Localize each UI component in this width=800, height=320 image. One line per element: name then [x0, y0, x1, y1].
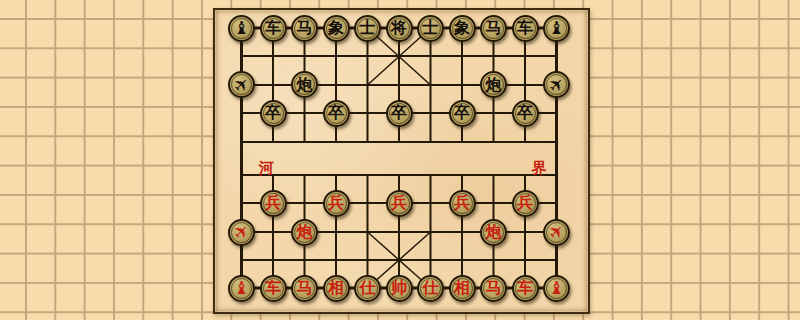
- board-cell[interactable]: [289, 251, 321, 269]
- board-cell[interactable]: [509, 42, 541, 70]
- piece-red-soldier[interactable]: 兵: [323, 190, 350, 217]
- piece-black-soldier[interactable]: 卒: [386, 100, 413, 127]
- board-cell[interactable]: ✈: [541, 213, 573, 251]
- board-cell[interactable]: [257, 127, 289, 157]
- piece-red-airplane[interactable]: ✈: [543, 219, 570, 246]
- board-cell[interactable]: [320, 70, 352, 99]
- board-cell[interactable]: [226, 127, 258, 157]
- general-glyph: 帅: [391, 280, 407, 296]
- elephant-glyph: 象: [328, 20, 344, 36]
- bishop-glyph: ♝: [548, 279, 564, 297]
- piece-black-chariot[interactable]: 车: [260, 15, 287, 42]
- piece-red-soldier[interactable]: 兵: [512, 190, 539, 217]
- board-cell[interactable]: [478, 42, 510, 70]
- general-glyph: 将: [391, 20, 407, 36]
- piece-red-bishop[interactable]: ♝: [543, 275, 570, 302]
- board-cell[interactable]: 兵: [509, 193, 541, 213]
- board-cell[interactable]: [289, 157, 321, 193]
- board-cell[interactable]: 兵: [320, 193, 352, 213]
- piece-black-soldier[interactable]: 卒: [512, 100, 539, 127]
- board-cell[interactable]: ✈: [541, 70, 573, 99]
- soldier-glyph: 兵: [454, 195, 470, 211]
- piece-black-cannon[interactable]: 炮: [291, 71, 318, 98]
- soldier-glyph: 卒: [328, 105, 344, 121]
- soldier-glyph: 兵: [265, 195, 281, 211]
- piece-red-advisor[interactable]: 仕: [417, 275, 444, 302]
- piece-black-elephant[interactable]: 象: [449, 15, 476, 42]
- board-cell[interactable]: [509, 213, 541, 251]
- piece-black-chariot[interactable]: 车: [512, 15, 539, 42]
- board-cell[interactable]: [383, 157, 415, 193]
- board-cell[interactable]: 相: [320, 269, 352, 307]
- board-cell[interactable]: [320, 157, 352, 193]
- soldier-glyph: 兵: [328, 195, 344, 211]
- board-cell[interactable]: ♝: [541, 14, 573, 42]
- advisor-glyph: 士: [423, 20, 439, 36]
- advisor-glyph: 仕: [423, 280, 439, 296]
- board-cell[interactable]: 象: [320, 14, 352, 42]
- board-cell[interactable]: [226, 42, 258, 70]
- board-cell[interactable]: [541, 99, 573, 127]
- chariot-glyph: 车: [517, 280, 533, 296]
- board-cell[interactable]: ♝: [541, 269, 573, 307]
- board-cell[interactable]: [446, 251, 478, 269]
- piece-red-horse[interactable]: 马: [480, 275, 507, 302]
- horse-glyph: 马: [297, 280, 313, 296]
- piece-red-soldier[interactable]: 兵: [260, 190, 287, 217]
- board-cell[interactable]: 马: [478, 269, 510, 307]
- board-cell[interactable]: [383, 213, 415, 251]
- bishop-glyph: ♝: [233, 279, 249, 297]
- board-cell[interactable]: 兵: [383, 193, 415, 213]
- piece-red-elephant[interactable]: 相: [323, 275, 350, 302]
- board-cell[interactable]: 兵: [257, 193, 289, 213]
- piece-black-bishop[interactable]: ♝: [543, 15, 570, 42]
- piece-black-advisor[interactable]: 士: [417, 15, 444, 42]
- board-cell[interactable]: [446, 213, 478, 251]
- airplane-glyph: ✈: [545, 220, 568, 243]
- board-cell[interactable]: 炮: [478, 70, 510, 99]
- board-cell[interactable]: [446, 127, 478, 157]
- board-cell[interactable]: [541, 157, 573, 193]
- piece-black-cannon[interactable]: 炮: [480, 71, 507, 98]
- board-cell[interactable]: [415, 157, 447, 193]
- board-cell[interactable]: [352, 251, 384, 269]
- board-cell[interactable]: [352, 213, 384, 251]
- horse-glyph: 马: [486, 20, 502, 36]
- cannon-glyph: 炮: [486, 77, 502, 93]
- board-cell[interactable]: [352, 157, 384, 193]
- board-cell[interactable]: ✈: [226, 213, 258, 251]
- piece-red-airplane[interactable]: ✈: [228, 219, 255, 246]
- board-cell[interactable]: 炮: [478, 213, 510, 251]
- board-cell[interactable]: [446, 42, 478, 70]
- soldier-glyph: 兵: [391, 195, 407, 211]
- board-cell[interactable]: 象: [446, 14, 478, 42]
- board-cell[interactable]: 相: [446, 269, 478, 307]
- advisor-glyph: 士: [360, 20, 376, 36]
- board-cell[interactable]: [226, 251, 258, 269]
- board-cell[interactable]: [478, 157, 510, 193]
- board-cell[interactable]: [352, 99, 384, 127]
- cannon-glyph: 炮: [297, 77, 313, 93]
- board-cell[interactable]: [383, 70, 415, 99]
- board-cell[interactable]: [352, 193, 384, 213]
- board-cell[interactable]: 马: [289, 269, 321, 307]
- board-cell[interactable]: 仕: [352, 269, 384, 307]
- chariot-glyph: 车: [265, 20, 281, 36]
- board-cell[interactable]: [541, 193, 573, 213]
- board-cell[interactable]: 帅: [383, 269, 415, 307]
- board-cell[interactable]: ♝: [226, 269, 258, 307]
- piece-black-elephant[interactable]: 象: [323, 15, 350, 42]
- board-cell[interactable]: [415, 193, 447, 213]
- board-cell[interactable]: [415, 42, 447, 70]
- board-cell[interactable]: [415, 127, 447, 157]
- board-cell[interactable]: [509, 251, 541, 269]
- piece-red-general[interactable]: 帅: [386, 275, 413, 302]
- chariot-glyph: 车: [517, 20, 533, 36]
- piece-red-horse[interactable]: 马: [291, 275, 318, 302]
- board-cell[interactable]: 兵: [446, 193, 478, 213]
- board-cell[interactable]: [289, 99, 321, 127]
- piece-black-advisor[interactable]: 士: [354, 15, 381, 42]
- elephant-glyph: 相: [328, 280, 344, 296]
- board-cell[interactable]: [509, 127, 541, 157]
- piece-red-cannon[interactable]: 炮: [480, 219, 507, 246]
- bishop-glyph: ♝: [548, 19, 564, 37]
- board-cell[interactable]: [257, 251, 289, 269]
- board-cell[interactable]: ♝: [226, 14, 258, 42]
- board-cell[interactable]: [320, 213, 352, 251]
- board-cell[interactable]: 车: [509, 269, 541, 307]
- board-cell[interactable]: [289, 127, 321, 157]
- board-cell[interactable]: [257, 157, 289, 193]
- board-grid: ♝车马象士将士象马车♝✈炮炮✈卒卒卒卒卒兵兵兵兵兵✈炮炮✈♝车马相仕帅仕相马车♝: [226, 14, 573, 307]
- airplane-glyph: ✈: [230, 220, 253, 243]
- chariot-glyph: 车: [265, 280, 281, 296]
- board-cell[interactable]: [478, 251, 510, 269]
- board-cell[interactable]: [415, 213, 447, 251]
- elephant-glyph: 象: [454, 20, 470, 36]
- soldier-glyph: 兵: [517, 195, 533, 211]
- xiangqi-board[interactable]: 河 界 ♝车马象士将士象马车♝✈炮炮✈卒卒卒卒卒兵兵兵兵兵✈炮炮✈♝车马相仕帅仕…: [213, 8, 590, 314]
- board-cell[interactable]: [257, 213, 289, 251]
- horse-glyph: 马: [297, 20, 313, 36]
- board-cell[interactable]: [541, 42, 573, 70]
- desktop-background: 河 界 ♝车马象士将士象马车♝✈炮炮✈卒卒卒卒卒兵兵兵兵兵✈炮炮✈♝车马相仕帅仕…: [0, 0, 800, 320]
- board-cell[interactable]: [478, 127, 510, 157]
- board-cell[interactable]: [383, 251, 415, 269]
- horse-glyph: 马: [486, 280, 502, 296]
- board-cell[interactable]: [509, 70, 541, 99]
- piece-red-bishop[interactable]: ♝: [228, 275, 255, 302]
- board-cell[interactable]: [289, 42, 321, 70]
- board-cell[interactable]: ✈: [226, 70, 258, 99]
- board-cell[interactable]: [446, 157, 478, 193]
- board-cell[interactable]: 车: [257, 269, 289, 307]
- board-cell[interactable]: [541, 127, 573, 157]
- board-cell[interactable]: [352, 70, 384, 99]
- board-cell[interactable]: [320, 127, 352, 157]
- board-cell[interactable]: [446, 70, 478, 99]
- board-cell[interactable]: [478, 193, 510, 213]
- board-cell[interactable]: [383, 42, 415, 70]
- board-cell[interactable]: [257, 42, 289, 70]
- piece-red-advisor[interactable]: 仕: [354, 275, 381, 302]
- piece-red-elephant[interactable]: 相: [449, 275, 476, 302]
- board-cell[interactable]: 仕: [415, 269, 447, 307]
- piece-black-soldier[interactable]: 卒: [323, 100, 350, 127]
- board-cell[interactable]: [289, 193, 321, 213]
- bishop-glyph: ♝: [233, 19, 249, 37]
- piece-black-soldier[interactable]: 卒: [449, 100, 476, 127]
- cannon-glyph: 炮: [297, 224, 313, 240]
- board-cell[interactable]: [226, 99, 258, 127]
- board-cell[interactable]: [415, 99, 447, 127]
- board-cell[interactable]: [226, 193, 258, 213]
- board-cell[interactable]: 炮: [289, 70, 321, 99]
- board-cell[interactable]: 将: [383, 14, 415, 42]
- piece-black-soldier[interactable]: 卒: [260, 100, 287, 127]
- board-cell[interactable]: [509, 157, 541, 193]
- board-cell[interactable]: [257, 70, 289, 99]
- soldier-glyph: 卒: [265, 105, 281, 121]
- board-cell[interactable]: [478, 99, 510, 127]
- piece-black-general[interactable]: 将: [386, 15, 413, 42]
- board-cell[interactable]: [352, 42, 384, 70]
- board-cell[interactable]: 卒: [320, 99, 352, 127]
- piece-red-soldier[interactable]: 兵: [386, 190, 413, 217]
- board-cell[interactable]: 马: [289, 14, 321, 42]
- airplane-glyph: ✈: [545, 73, 568, 96]
- airplane-glyph: ✈: [230, 73, 253, 96]
- board-cell[interactable]: [415, 251, 447, 269]
- board-cell[interactable]: [415, 70, 447, 99]
- board-cell[interactable]: [226, 157, 258, 193]
- board-cell[interactable]: 士: [352, 14, 384, 42]
- board-cell[interactable]: [320, 251, 352, 269]
- cannon-glyph: 炮: [486, 224, 502, 240]
- piece-red-soldier[interactable]: 兵: [449, 190, 476, 217]
- board-cell[interactable]: 卒: [509, 99, 541, 127]
- board-cell[interactable]: 卒: [257, 99, 289, 127]
- piece-black-airplane[interactable]: ✈: [543, 71, 570, 98]
- board-cell[interactable]: 车: [509, 14, 541, 42]
- board-cell[interactable]: [320, 42, 352, 70]
- board-cell[interactable]: [541, 251, 573, 269]
- board-cell[interactable]: 马: [478, 14, 510, 42]
- board-cell[interactable]: [352, 127, 384, 157]
- piece-black-horse[interactable]: 马: [480, 15, 507, 42]
- piece-black-horse[interactable]: 马: [291, 15, 318, 42]
- board-cell[interactable]: 车: [257, 14, 289, 42]
- board-cell[interactable]: 炮: [289, 213, 321, 251]
- piece-red-cannon[interactable]: 炮: [291, 219, 318, 246]
- board-cell[interactable]: 卒: [446, 99, 478, 127]
- elephant-glyph: 相: [454, 280, 470, 296]
- board-cell[interactable]: [383, 127, 415, 157]
- advisor-glyph: 仕: [360, 280, 376, 296]
- piece-black-bishop[interactable]: ♝: [228, 15, 255, 42]
- piece-red-chariot[interactable]: 车: [260, 275, 287, 302]
- soldier-glyph: 卒: [517, 105, 533, 121]
- soldier-glyph: 卒: [454, 105, 470, 121]
- piece-red-chariot[interactable]: 车: [512, 275, 539, 302]
- soldier-glyph: 卒: [391, 105, 407, 121]
- board-cell[interactable]: 士: [415, 14, 447, 42]
- piece-black-airplane[interactable]: ✈: [228, 71, 255, 98]
- board-cell[interactable]: 卒: [383, 99, 415, 127]
